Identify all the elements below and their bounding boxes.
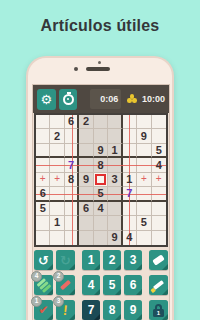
cell-r9c4[interactable] xyxy=(79,231,93,245)
given-digit: 9 xyxy=(97,145,103,156)
cell-r3c4[interactable] xyxy=(79,144,93,158)
speaker-grill xyxy=(86,67,110,71)
undo-button[interactable]: ↺ xyxy=(34,250,53,270)
cell-r1c9[interactable] xyxy=(152,115,166,129)
cell-r1c6[interactable] xyxy=(108,115,122,129)
marker-button[interactable] xyxy=(149,275,168,295)
cell-r5c9[interactable]: + xyxy=(152,173,166,187)
key-label: 8 xyxy=(109,304,116,316)
eraser-button[interactable] xyxy=(149,250,168,270)
cell-r8c8[interactable]: 5 xyxy=(137,216,151,230)
check-icon: ✔ xyxy=(38,304,48,316)
user-digit: 7 xyxy=(68,160,74,171)
cell-r7c5[interactable]: 4 xyxy=(94,202,108,216)
cell-r3c9[interactable]: 5 xyxy=(152,144,166,158)
given-digit: 8 xyxy=(68,174,74,185)
key-8[interactable]: 8 xyxy=(103,300,121,320)
key-7[interactable]: 7 xyxy=(82,300,100,320)
given-digit: 2 xyxy=(83,116,89,127)
key-label: 1 xyxy=(88,254,95,266)
cell-r2c5[interactable] xyxy=(94,129,108,143)
cell-r8c5[interactable] xyxy=(94,216,108,230)
cell-r9c1[interactable] xyxy=(36,231,50,245)
gear-icon: ⚙ xyxy=(41,93,53,106)
cell-r5c8[interactable]: + xyxy=(137,173,151,187)
cell-r8c1[interactable] xyxy=(36,216,50,230)
keypad: ↺ ↻ 123 4 xyxy=(33,250,169,320)
cell-r8c9[interactable] xyxy=(152,216,166,230)
settings-button[interactable]: ⚙ xyxy=(37,89,56,110)
cell-r1c8[interactable] xyxy=(137,115,151,129)
key-3[interactable]: 3 xyxy=(124,250,142,270)
app-screen: ⚙ 0:06 10:00 6229915784++8931++657564159… xyxy=(32,84,170,320)
number-keys-7-9: 789 xyxy=(82,300,142,320)
redo-icon: ↻ xyxy=(60,254,71,267)
pencil-marks-button[interactable]: 4 xyxy=(34,275,53,295)
cell-r7c4[interactable]: 6 xyxy=(79,202,93,216)
key-label: 2 xyxy=(109,254,116,266)
plus-mark: + xyxy=(141,174,147,184)
stopwatch-icon xyxy=(63,94,74,105)
given-digit: 6 xyxy=(83,203,89,214)
cell-r3c2[interactable] xyxy=(50,144,64,158)
given-digit: 1 xyxy=(54,217,60,228)
app-header: ⚙ 0:06 10:00 xyxy=(33,85,169,113)
undo-icon: ↺ xyxy=(38,254,49,267)
lock-icon: 1 xyxy=(153,304,164,317)
given-digit: 5 xyxy=(156,145,162,156)
key-2[interactable]: 2 xyxy=(103,250,121,270)
cell-r5c6[interactable]: 3 xyxy=(108,173,122,187)
given-digit: 9 xyxy=(111,232,117,243)
key-label: 3 xyxy=(130,254,137,266)
number-keys-4-6: 456 xyxy=(82,275,142,295)
cell-r3c8[interactable] xyxy=(137,144,151,158)
cell-r1c4[interactable]: 2 xyxy=(79,115,93,129)
cell-r7c1[interactable]: 5 xyxy=(36,202,50,216)
key-label: 4 xyxy=(88,279,95,291)
given-digit: 9 xyxy=(141,131,147,142)
key-label: 7 xyxy=(88,304,95,316)
exclamation-icon: ! xyxy=(62,303,68,317)
cell-r3c1[interactable] xyxy=(36,144,50,158)
cell-r2c8[interactable]: 9 xyxy=(137,129,151,143)
given-digit: 4 xyxy=(156,160,162,171)
cell-r7c2[interactable] xyxy=(50,202,64,216)
camera-icon xyxy=(74,67,78,71)
check-button[interactable]: 1 ✔ xyxy=(34,300,53,320)
keypad-row-3: 1 ✔ 3 ! 789 1 xyxy=(34,300,168,320)
screenshot-root: Artículos útiles ⚙ 0:06 10:00 6229915784… xyxy=(0,0,200,320)
given-digit: 4 xyxy=(97,203,103,214)
page-title: Artículos útiles xyxy=(0,17,200,35)
cell-r1c2[interactable] xyxy=(50,115,64,129)
keypad-row-1: ↺ ↻ 123 xyxy=(34,250,168,270)
cell-r9c8[interactable] xyxy=(137,231,151,245)
eraser-icon xyxy=(152,254,164,265)
timer-button[interactable] xyxy=(59,89,78,110)
cell-r8c2[interactable]: 1 xyxy=(50,216,64,230)
lock-count: 1 xyxy=(153,310,164,316)
sudoku-board: 6229915784++8931++6575641594 xyxy=(34,113,168,247)
keypad-row-2: 4 2 456 xyxy=(34,275,168,295)
key-5[interactable]: 5 xyxy=(103,275,121,295)
plus-mark: + xyxy=(156,174,162,184)
given-digit: 6 xyxy=(68,116,74,127)
cell-r3c5[interactable]: 9 xyxy=(94,144,108,158)
cell-r1c1[interactable] xyxy=(36,115,50,129)
pencil-marks-badge: 4 xyxy=(31,271,42,282)
plus-mark: + xyxy=(40,174,46,184)
elapsed-time: 0:06 xyxy=(100,94,118,104)
cell-r9c5[interactable] xyxy=(94,231,108,245)
red-pencil-icon xyxy=(60,280,71,290)
cell-r1c5[interactable] xyxy=(94,115,108,129)
cell-r2c6[interactable] xyxy=(108,129,122,143)
given-digit: 8 xyxy=(97,160,103,171)
cell-r5c5[interactable] xyxy=(94,173,108,187)
cell-r8c6[interactable] xyxy=(108,216,122,230)
cell-r9c6[interactable]: 9 xyxy=(108,231,122,245)
given-digit: 5 xyxy=(97,188,103,199)
cell-r7c8[interactable] xyxy=(137,202,151,216)
given-digit: 3 xyxy=(111,174,117,185)
number-keys-1-3: 123 xyxy=(82,250,142,270)
given-digit: 5 xyxy=(40,203,46,214)
key-6[interactable]: 6 xyxy=(124,275,142,295)
cell-r5c2[interactable]: + xyxy=(50,173,64,187)
cell-r2c4[interactable] xyxy=(79,129,93,143)
cell-r2c1[interactable] xyxy=(36,129,50,143)
redo-button[interactable]: ↻ xyxy=(56,250,75,270)
cell-r8c4[interactable] xyxy=(79,216,93,230)
plus-mark: + xyxy=(54,174,60,184)
selected-cell-outline xyxy=(95,174,106,185)
cell-r9c2[interactable] xyxy=(50,231,64,245)
given-digit: 1 xyxy=(126,174,132,185)
cell-r9c9[interactable] xyxy=(152,231,166,245)
exclaim-button[interactable]: 3 ! xyxy=(56,300,75,320)
marker-icon xyxy=(153,280,164,290)
cell-r9c7[interactable]: 4 xyxy=(123,231,137,245)
cell-r2c9[interactable] xyxy=(152,129,166,143)
key-label: 6 xyxy=(130,279,137,291)
pencils-icon xyxy=(39,281,48,290)
exclaim-badge: 3 xyxy=(53,296,64,307)
key-label: 5 xyxy=(109,279,116,291)
key-9[interactable]: 9 xyxy=(124,300,142,320)
challenge-time: 10:00 xyxy=(142,94,165,104)
cell-r2c2[interactable]: 2 xyxy=(50,129,64,143)
elapsed-time-box: 0:06 xyxy=(90,89,121,109)
user-digit: 7 xyxy=(126,188,132,199)
key-1[interactable]: 1 xyxy=(82,250,100,270)
lock-button[interactable]: 1 xyxy=(149,300,168,320)
cell-r5c4[interactable]: 9 xyxy=(79,173,93,187)
given-digit: 4 xyxy=(126,232,132,243)
given-digit: 5 xyxy=(141,217,147,228)
key-4[interactable]: 4 xyxy=(82,275,100,295)
cell-r7c9[interactable] xyxy=(152,202,166,216)
given-digit: 1 xyxy=(111,145,117,156)
sensor-dot-icon xyxy=(98,61,101,64)
check-badge: 1 xyxy=(31,296,42,307)
given-digit: 6 xyxy=(40,188,46,199)
key-label: 9 xyxy=(130,304,137,316)
clover-icon xyxy=(127,94,137,104)
red-pencil-button[interactable]: 2 xyxy=(56,275,75,295)
cell-r3c6[interactable]: 1 xyxy=(108,144,122,158)
cell-r5c1[interactable]: + xyxy=(36,173,50,187)
phone-mockup: ⚙ 0:06 10:00 6229915784++8931++657564159… xyxy=(26,56,174,320)
cell-r7c6[interactable] xyxy=(108,202,122,216)
given-digit: 2 xyxy=(54,131,60,142)
given-digit: 9 xyxy=(83,174,89,185)
red-pencil-badge: 2 xyxy=(53,271,64,282)
